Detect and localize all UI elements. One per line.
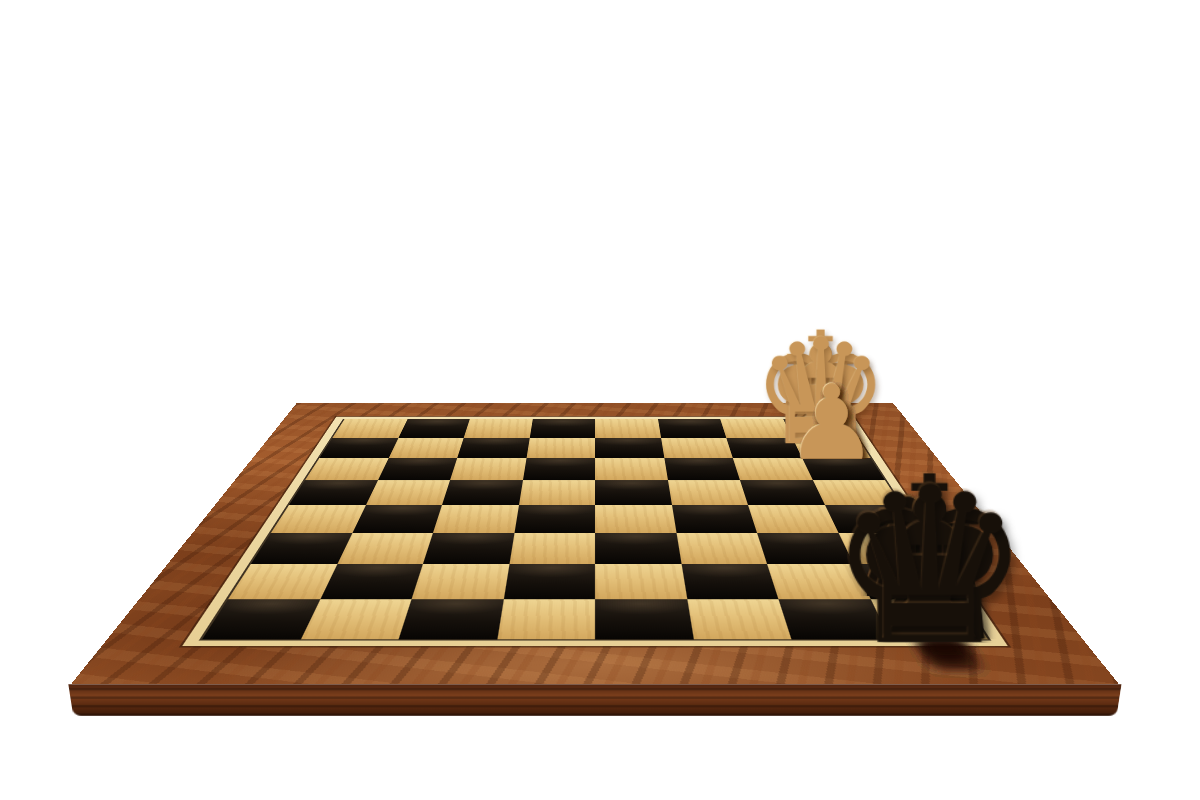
piece-white-rook-a1: ♜︎ <box>728 341 913 459</box>
piece-black-pawn-a7: ♟︎ <box>779 482 1036 618</box>
piece-black-knight-a8: ♞︎ <box>792 479 1067 669</box>
piece-black-pawn-a7: ♟︎ <box>779 482 1036 618</box>
piece-white-bishop-a1: ♝︎ <box>728 328 913 463</box>
piece-white-queen-a1: ♛︎ <box>728 320 913 465</box>
piece-white-pawn-a2: ♟︎ <box>734 372 928 474</box>
piece-shadow <box>863 578 953 588</box>
piece-shadow <box>871 614 987 628</box>
piece-black-knight-a8: ♞︎ <box>792 479 1067 669</box>
board-front-edge <box>68 684 1121 716</box>
piece-black-pawn-a7: ♟︎ <box>779 482 1036 618</box>
piece-shadow <box>782 426 859 432</box>
piece-white-king-a1: ♚︎ <box>728 312 913 468</box>
board-perspective-wrapper: ♜︎♞︎♝︎♛︎♚︎♝︎♞︎♜︎♟︎♟︎♟︎♟︎♟︎♟︎♟︎♟︎♟︎♟︎♟︎♟︎… <box>215 125 975 800</box>
piece-white-bishop-a1: ♝︎ <box>728 328 913 463</box>
piece-black-pawn-a7: ♟︎ <box>779 482 1036 618</box>
piece-black-bishop-a8: ♝︎ <box>792 471 1067 671</box>
piece-black-pawn-a7: ♟︎ <box>779 482 1036 618</box>
piece-white-rook-a1: ♜︎ <box>728 341 913 459</box>
piece-white-pawn-a2: ♟︎ <box>734 372 928 474</box>
piece-black-pawn-a7: ♟︎ <box>779 482 1036 618</box>
piece-shadow <box>798 445 865 451</box>
piece-white-pawn-a2: ♟︎ <box>734 372 928 474</box>
piece-white-pawn-a2: ♟︎ <box>734 372 928 474</box>
piece-white-pawn-a2: ♟︎ <box>734 372 928 474</box>
piece-white-pawn-a2: ♟︎ <box>734 372 928 474</box>
piece-black-pawn-a7: ♟︎ <box>779 482 1036 618</box>
pieces-layer: ♜︎♞︎♝︎♛︎♚︎♝︎♞︎♜︎♟︎♟︎♟︎♟︎♟︎♟︎♟︎♟︎♟︎♟︎♟︎♟︎… <box>71 403 1119 684</box>
board-top-face: ♜︎♞︎♝︎♛︎♚︎♝︎♞︎♜︎♟︎♟︎♟︎♟︎♟︎♟︎♟︎♟︎♟︎♟︎♟︎♟︎… <box>71 403 1119 684</box>
piece-white-pawn-a2: ♟︎ <box>734 372 928 474</box>
piece-white-pawn-a2: ♟︎ <box>734 372 928 474</box>
piece-black-pawn-a7: ♟︎ <box>779 482 1036 618</box>
chess-set-photo: ♜︎♞︎♝︎♛︎♚︎♝︎♞︎♜︎♟︎♟︎♟︎♟︎♟︎♟︎♟︎♟︎♟︎♟︎♟︎♟︎… <box>0 0 1200 800</box>
chess-board: ♜︎♞︎♝︎♛︎♚︎♝︎♞︎♜︎♟︎♟︎♟︎♟︎♟︎♟︎♟︎♟︎♟︎♟︎♟︎♟︎… <box>71 403 1119 684</box>
piece-black-bishop-a8: ♝︎ <box>792 471 1067 671</box>
